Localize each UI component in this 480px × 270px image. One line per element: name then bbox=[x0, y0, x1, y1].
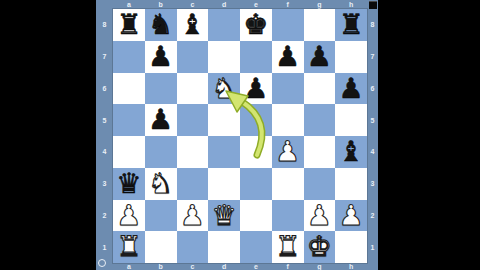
square-h3[interactable] bbox=[335, 168, 367, 200]
square-b5[interactable]: ♟ bbox=[145, 104, 177, 136]
coord-label-f: f bbox=[272, 263, 304, 270]
coord-label-g: g bbox=[304, 263, 336, 270]
piece-black-pawn[interactable]: ♟ bbox=[307, 41, 332, 73]
rank-labels-left: 87654321 bbox=[96, 9, 113, 263]
piece-black-rook[interactable]: ♜ bbox=[116, 9, 141, 41]
coord-label-c: c bbox=[177, 0, 209, 9]
square-a6[interactable] bbox=[113, 73, 145, 105]
piece-black-knight[interactable]: ♞ bbox=[148, 9, 173, 41]
square-d1[interactable] bbox=[208, 231, 240, 263]
square-a1[interactable]: ♜ bbox=[113, 231, 145, 263]
square-c3[interactable] bbox=[177, 168, 209, 200]
piece-black-queen[interactable]: ♛ bbox=[116, 168, 141, 200]
square-f4[interactable]: ♟ bbox=[272, 136, 304, 168]
coord-label-b: b bbox=[145, 0, 177, 9]
square-b3[interactable]: ♞ bbox=[145, 168, 177, 200]
square-d6[interactable]: ♞ bbox=[208, 73, 240, 105]
coord-label-2: 2 bbox=[96, 200, 113, 232]
square-a7[interactable] bbox=[113, 41, 145, 73]
coord-label-7: 7 bbox=[367, 41, 378, 73]
square-c5[interactable] bbox=[177, 104, 209, 136]
coord-label-4: 4 bbox=[96, 136, 113, 168]
square-b2[interactable] bbox=[145, 200, 177, 232]
piece-black-pawn[interactable]: ♟ bbox=[275, 41, 300, 73]
square-c4[interactable] bbox=[177, 136, 209, 168]
piece-white-pawn[interactable]: ♟ bbox=[339, 200, 364, 232]
coord-label-8: 8 bbox=[96, 9, 113, 41]
coord-label-d: d bbox=[208, 263, 240, 270]
piece-white-knight[interactable]: ♞ bbox=[212, 73, 237, 105]
square-g3[interactable] bbox=[304, 168, 336, 200]
coord-label-6: 6 bbox=[96, 73, 113, 105]
board-squares: ♜♞♝♚♜♟♟♟♞♟♟♟♟♝♛♞♟♟♛♟♟♜♜♚ bbox=[113, 9, 367, 263]
square-f8[interactable] bbox=[272, 9, 304, 41]
coord-label-4: 4 bbox=[367, 136, 378, 168]
square-g7[interactable]: ♟ bbox=[304, 41, 336, 73]
coord-label-1: 1 bbox=[96, 231, 113, 263]
coord-label-3: 3 bbox=[96, 168, 113, 200]
square-d8[interactable] bbox=[208, 9, 240, 41]
coord-label-h: h bbox=[335, 0, 367, 9]
square-c6[interactable] bbox=[177, 73, 209, 105]
piece-black-pawn[interactable]: ♟ bbox=[148, 104, 173, 136]
square-c7[interactable] bbox=[177, 41, 209, 73]
square-h7[interactable] bbox=[335, 41, 367, 73]
coord-label-8: 8 bbox=[367, 9, 378, 41]
square-c2[interactable]: ♟ bbox=[177, 200, 209, 232]
square-g4[interactable] bbox=[304, 136, 336, 168]
square-d4[interactable] bbox=[208, 136, 240, 168]
piece-black-rook[interactable]: ♜ bbox=[339, 9, 364, 41]
letterbox-left bbox=[0, 0, 96, 270]
coord-label-1: 1 bbox=[367, 231, 378, 263]
square-g5[interactable] bbox=[304, 104, 336, 136]
square-f6[interactable] bbox=[272, 73, 304, 105]
piece-white-knight[interactable]: ♞ bbox=[148, 168, 173, 200]
piece-white-pawn[interactable]: ♟ bbox=[275, 136, 300, 168]
square-g8[interactable] bbox=[304, 9, 336, 41]
square-g1[interactable]: ♚ bbox=[304, 231, 336, 263]
coord-label-7: 7 bbox=[96, 41, 113, 73]
square-f2[interactable] bbox=[272, 200, 304, 232]
coord-label-2: 2 bbox=[367, 200, 378, 232]
square-d5[interactable] bbox=[208, 104, 240, 136]
coord-label-g: g bbox=[304, 0, 336, 9]
square-b1[interactable] bbox=[145, 231, 177, 263]
square-a2[interactable]: ♟ bbox=[113, 200, 145, 232]
coord-label-h: h bbox=[335, 263, 367, 270]
square-h2[interactable]: ♟ bbox=[335, 200, 367, 232]
square-e7[interactable] bbox=[240, 41, 272, 73]
coord-label-f: f bbox=[272, 0, 304, 9]
square-e8[interactable]: ♚ bbox=[240, 9, 272, 41]
square-d2[interactable]: ♛ bbox=[208, 200, 240, 232]
square-b6[interactable] bbox=[145, 73, 177, 105]
piece-white-pawn[interactable]: ♟ bbox=[307, 200, 332, 232]
letterbox-right bbox=[378, 0, 480, 270]
rank-labels-right: 87654321 bbox=[367, 9, 378, 263]
piece-black-pawn[interactable]: ♟ bbox=[339, 73, 364, 105]
square-g2[interactable]: ♟ bbox=[304, 200, 336, 232]
square-e5[interactable] bbox=[240, 104, 272, 136]
coord-label-a: a bbox=[113, 0, 145, 9]
video-frame: abcdefgh abcdefgh 87654321 87654321 ♜♞♝♚… bbox=[0, 0, 480, 270]
square-h6[interactable]: ♟ bbox=[335, 73, 367, 105]
square-e3[interactable] bbox=[240, 168, 272, 200]
piece-white-queen[interactable]: ♛ bbox=[212, 200, 237, 232]
square-f3[interactable] bbox=[272, 168, 304, 200]
coord-label-e: e bbox=[240, 263, 272, 270]
piece-black-king[interactable]: ♚ bbox=[243, 9, 268, 41]
piece-white-rook[interactable]: ♜ bbox=[275, 231, 300, 263]
coord-label-6: 6 bbox=[367, 73, 378, 105]
circle-icon bbox=[98, 259, 106, 267]
coord-label-e: e bbox=[240, 0, 272, 9]
piece-white-rook[interactable]: ♜ bbox=[116, 231, 141, 263]
square-c1[interactable] bbox=[177, 231, 209, 263]
black-square-icon bbox=[369, 1, 377, 9]
square-h4[interactable]: ♝ bbox=[335, 136, 367, 168]
square-a3[interactable]: ♛ bbox=[113, 168, 145, 200]
piece-white-pawn[interactable]: ♟ bbox=[116, 200, 141, 232]
coord-label-c: c bbox=[177, 263, 209, 270]
piece-black-pawn[interactable]: ♟ bbox=[148, 41, 173, 73]
square-h8[interactable]: ♜ bbox=[335, 9, 367, 41]
square-b4[interactable] bbox=[145, 136, 177, 168]
piece-black-bishop[interactable]: ♝ bbox=[339, 136, 364, 168]
coord-label-d: d bbox=[208, 0, 240, 9]
square-h5[interactable] bbox=[335, 104, 367, 136]
coord-label-3: 3 bbox=[367, 168, 378, 200]
chessboard-widget: abcdefgh abcdefgh 87654321 87654321 ♜♞♝♚… bbox=[96, 0, 378, 270]
square-g6[interactable] bbox=[304, 73, 336, 105]
piece-black-pawn[interactable]: ♟ bbox=[243, 73, 268, 105]
coord-label-b: b bbox=[145, 263, 177, 270]
square-e4[interactable] bbox=[240, 136, 272, 168]
square-e1[interactable] bbox=[240, 231, 272, 263]
square-e6[interactable]: ♟ bbox=[240, 73, 272, 105]
coord-label-a: a bbox=[113, 263, 145, 270]
square-c8[interactable]: ♝ bbox=[177, 9, 209, 41]
piece-white-king[interactable]: ♚ bbox=[307, 231, 332, 263]
square-h1[interactable] bbox=[335, 231, 367, 263]
square-f7[interactable]: ♟ bbox=[272, 41, 304, 73]
square-a5[interactable] bbox=[113, 104, 145, 136]
square-f1[interactable]: ♜ bbox=[272, 231, 304, 263]
square-b8[interactable]: ♞ bbox=[145, 9, 177, 41]
coord-label-5: 5 bbox=[367, 104, 378, 136]
file-labels-top: abcdefgh bbox=[113, 0, 367, 9]
square-f5[interactable] bbox=[272, 104, 304, 136]
square-d7[interactable] bbox=[208, 41, 240, 73]
square-e2[interactable] bbox=[240, 200, 272, 232]
file-labels-bottom: abcdefgh bbox=[113, 263, 367, 270]
piece-white-pawn[interactable]: ♟ bbox=[180, 200, 205, 232]
square-d3[interactable] bbox=[208, 168, 240, 200]
square-b7[interactable]: ♟ bbox=[145, 41, 177, 73]
square-a4[interactable] bbox=[113, 136, 145, 168]
coord-label-5: 5 bbox=[96, 104, 113, 136]
square-a8[interactable]: ♜ bbox=[113, 9, 145, 41]
piece-black-bishop[interactable]: ♝ bbox=[180, 9, 205, 41]
